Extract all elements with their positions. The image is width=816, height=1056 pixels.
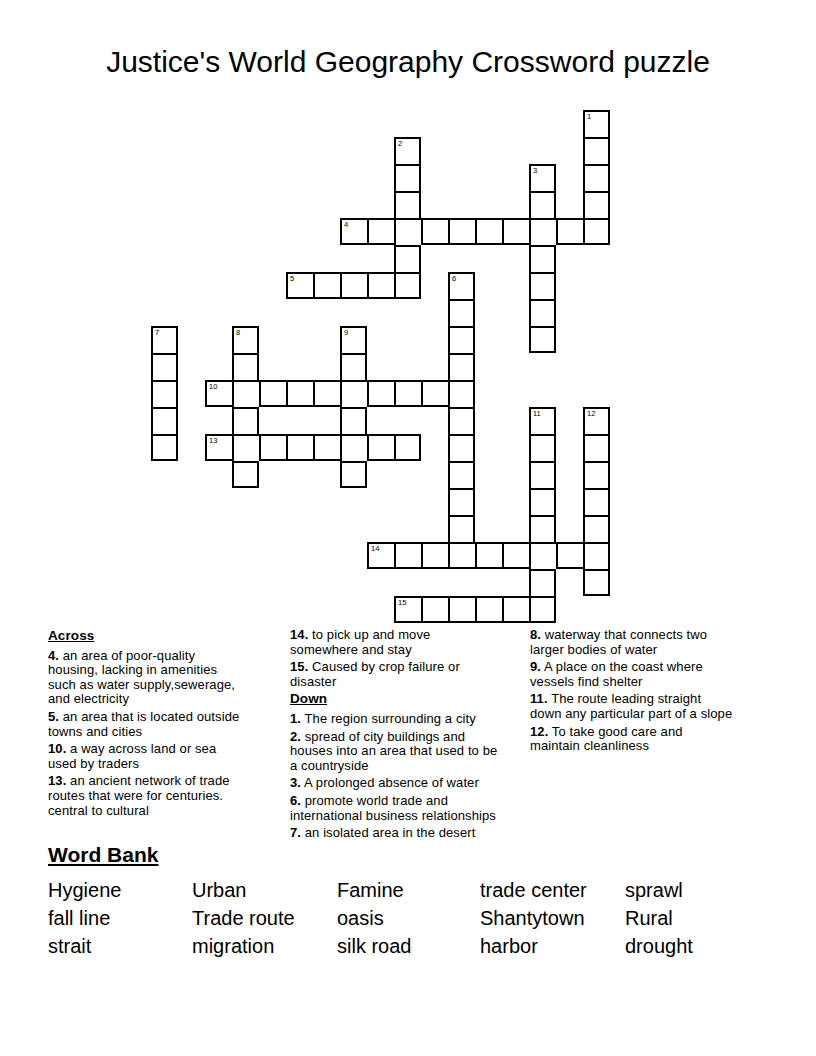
cell-r2-c14[interactable]: 3 bbox=[529, 164, 556, 191]
clue-number-2: 2 bbox=[398, 139, 402, 148]
cell-r4-c9[interactable] bbox=[394, 218, 421, 245]
worksheet-page: Justice's World Geography Crossword puzz… bbox=[0, 0, 816, 1056]
cell-r4-c11[interactable] bbox=[448, 218, 475, 245]
cell-r4-c15[interactable] bbox=[556, 218, 583, 245]
cell-r16-c8[interactable]: 14 bbox=[367, 542, 394, 569]
cell-r4-c14[interactable] bbox=[529, 218, 556, 245]
cell-r13-c16[interactable] bbox=[583, 461, 610, 488]
word-bank-list: HygieneUrbanFaminetrade centersprawlfall… bbox=[48, 876, 693, 960]
cell-r11-c16[interactable]: 12 bbox=[583, 407, 610, 434]
cell-r12-c14[interactable] bbox=[529, 434, 556, 461]
cell-r4-c10[interactable] bbox=[421, 218, 448, 245]
clue-down-1-number: 1. bbox=[290, 711, 301, 726]
word-bank-item-silk-road: silk road bbox=[337, 932, 480, 960]
word-bank-item-sprawl: sprawl bbox=[625, 876, 693, 904]
cell-r3-c16[interactable] bbox=[583, 191, 610, 218]
cell-r16-c12[interactable] bbox=[475, 542, 502, 569]
cell-r16-c13[interactable] bbox=[502, 542, 529, 569]
clue-down-11-number: 11. bbox=[530, 691, 548, 706]
clue-down-12-number: 12. bbox=[530, 724, 548, 739]
cell-r10-c9[interactable] bbox=[394, 380, 421, 407]
cell-r4-c7[interactable]: 4 bbox=[340, 218, 367, 245]
word-bank-item-harbor: harbor bbox=[480, 932, 625, 960]
cell-r10-c6[interactable] bbox=[313, 380, 340, 407]
clue-across-4-number: 4. bbox=[48, 648, 59, 663]
clue-number-10: 10 bbox=[209, 382, 217, 391]
clue-down-3: 3. A prolonged absence of water bbox=[290, 776, 499, 791]
clue-number-6: 6 bbox=[452, 274, 456, 283]
cell-r11-c7[interactable] bbox=[340, 407, 367, 434]
cell-r6-c14[interactable] bbox=[529, 272, 556, 299]
cell-r12-c0[interactable] bbox=[151, 434, 178, 461]
clue-across-4: 4. an area of poor-quality housing, lack… bbox=[48, 649, 244, 707]
cell-r7-c14[interactable] bbox=[529, 299, 556, 326]
cell-r14-c16[interactable] bbox=[583, 488, 610, 515]
clue-down-6: 6. promote world trade and international… bbox=[290, 794, 499, 823]
cell-r14-c14[interactable] bbox=[529, 488, 556, 515]
clue-down-7: 7. an isolated area in the desert bbox=[290, 826, 499, 841]
crossword-grid: 123456789101112131415 bbox=[151, 110, 610, 623]
clue-across-14: 14. to pick up and move somewhere and st… bbox=[290, 628, 499, 657]
word-bank-item-strait: strait bbox=[48, 932, 192, 960]
cell-r10-c2[interactable]: 10 bbox=[205, 380, 232, 407]
cell-r15-c11[interactable] bbox=[448, 515, 475, 542]
clue-across-10-number: 10. bbox=[48, 741, 66, 756]
word-bank-item-trade-route: Trade route bbox=[192, 904, 337, 932]
cell-r12-c2[interactable]: 13 bbox=[205, 434, 232, 461]
puzzle-title: Justice's World Geography Crossword puzz… bbox=[0, 45, 816, 79]
cell-r18-c14[interactable] bbox=[529, 596, 556, 623]
cell-r6-c6[interactable] bbox=[313, 272, 340, 299]
cell-r6-c7[interactable] bbox=[340, 272, 367, 299]
cell-r0-c16[interactable]: 1 bbox=[583, 110, 610, 137]
cell-r18-c13[interactable] bbox=[502, 596, 529, 623]
cell-r13-c7[interactable] bbox=[340, 461, 367, 488]
clue-number-7: 7 bbox=[155, 328, 159, 337]
cell-r10-c8[interactable] bbox=[367, 380, 394, 407]
cell-r9-c7[interactable] bbox=[340, 353, 367, 380]
cell-r12-c7[interactable] bbox=[340, 434, 367, 461]
word-bank-item-drought: drought bbox=[625, 932, 693, 960]
clue-across-15: 15. Caused by crop failure or disaster bbox=[290, 660, 499, 689]
cell-r10-c0[interactable] bbox=[151, 380, 178, 407]
clue-number-13: 13 bbox=[209, 436, 217, 445]
cell-r5-c14[interactable] bbox=[529, 245, 556, 272]
cell-r4-c16[interactable] bbox=[583, 218, 610, 245]
word-bank-item-migration: migration bbox=[192, 932, 337, 960]
cell-r10-c4[interactable] bbox=[259, 380, 286, 407]
clue-down-11: 11. The route leading straight down any … bbox=[530, 692, 733, 721]
cell-r15-c14[interactable] bbox=[529, 515, 556, 542]
cell-r14-c11[interactable] bbox=[448, 488, 475, 515]
cell-r4-c8[interactable] bbox=[367, 218, 394, 245]
cell-r9-c11[interactable] bbox=[448, 353, 475, 380]
cell-r6-c5[interactable]: 5 bbox=[286, 272, 313, 299]
cell-r12-c5[interactable] bbox=[286, 434, 313, 461]
clue-number-12: 12 bbox=[587, 409, 595, 418]
cell-r13-c11[interactable] bbox=[448, 461, 475, 488]
cell-r12-c9[interactable] bbox=[394, 434, 421, 461]
clue-down-8-number: 8. bbox=[530, 627, 541, 642]
clue-number-9: 9 bbox=[344, 328, 348, 337]
clue-number-14: 14 bbox=[371, 544, 379, 553]
cell-r15-c16[interactable] bbox=[583, 515, 610, 542]
cell-r12-c8[interactable] bbox=[367, 434, 394, 461]
clue-number-4: 4 bbox=[344, 220, 348, 229]
cell-r3-c9[interactable] bbox=[394, 191, 421, 218]
cell-r9-c3[interactable] bbox=[232, 353, 259, 380]
cell-r10-c5[interactable] bbox=[286, 380, 313, 407]
clue-down-2: 2. spread of city buildings and houses i… bbox=[290, 730, 499, 774]
cell-r4-c12[interactable] bbox=[475, 218, 502, 245]
clue-number-5: 5 bbox=[290, 274, 294, 283]
word-bank-item-famine: Famine bbox=[337, 876, 480, 904]
cell-r2-c9[interactable] bbox=[394, 164, 421, 191]
clue-across-10: 10. a way across land or sea used by tra… bbox=[48, 742, 244, 771]
word-bank-header: Word Bank bbox=[48, 842, 693, 868]
cell-r12-c11[interactable] bbox=[448, 434, 475, 461]
word-bank-item-hygiene: Hygiene bbox=[48, 876, 192, 904]
cell-r12-c3[interactable] bbox=[232, 434, 259, 461]
word-bank-item-rural: Rural bbox=[625, 904, 693, 932]
down-clues-header: Down bbox=[290, 692, 499, 707]
cell-r6-c9[interactable] bbox=[394, 272, 421, 299]
cell-r1-c9[interactable]: 2 bbox=[394, 137, 421, 164]
cell-r18-c10[interactable] bbox=[421, 596, 448, 623]
cell-r16-c11[interactable] bbox=[448, 542, 475, 569]
word-bank-item-oasis: oasis bbox=[337, 904, 480, 932]
clue-down-7-number: 7. bbox=[290, 825, 301, 840]
cell-r1-c16[interactable] bbox=[583, 137, 610, 164]
cell-r11-c11[interactable] bbox=[448, 407, 475, 434]
clue-down-8: 8. waterway that connects two larger bod… bbox=[530, 628, 733, 657]
across-clues-header: Across bbox=[48, 629, 244, 644]
clue-number-3: 3 bbox=[533, 166, 537, 175]
cell-r6-c8[interactable] bbox=[367, 272, 394, 299]
word-bank: Word Bank HygieneUrbanFaminetrade center… bbox=[48, 842, 693, 960]
cell-r8-c7[interactable]: 9 bbox=[340, 326, 367, 353]
cell-r16-c15[interactable] bbox=[556, 542, 583, 569]
cell-r5-c9[interactable] bbox=[394, 245, 421, 272]
cell-r13-c3[interactable] bbox=[232, 461, 259, 488]
cell-r17-c14[interactable] bbox=[529, 569, 556, 596]
clue-down-12: 12. To take good care and maintain clean… bbox=[530, 725, 733, 754]
cell-r11-c14[interactable]: 11 bbox=[529, 407, 556, 434]
cell-r7-c11[interactable] bbox=[448, 299, 475, 326]
clue-column-1: Across4. an area of poor-quality housing… bbox=[48, 628, 244, 821]
cell-r10-c7[interactable] bbox=[340, 380, 367, 407]
clue-column-2: 14. to pick up and move somewhere and st… bbox=[290, 628, 499, 844]
cell-r16-c9[interactable] bbox=[394, 542, 421, 569]
clue-across-15-number: 15. bbox=[290, 659, 308, 674]
cell-r16-c16[interactable] bbox=[583, 542, 610, 569]
clue-across-13: 13. an ancient network of trade routes t… bbox=[48, 774, 244, 818]
cell-r12-c4[interactable] bbox=[259, 434, 286, 461]
cell-r3-c14[interactable] bbox=[529, 191, 556, 218]
cell-r18-c9[interactable]: 15 bbox=[394, 596, 421, 623]
clue-down-2-number: 2. bbox=[290, 729, 301, 744]
word-bank-item-urban: Urban bbox=[192, 876, 337, 904]
cell-r13-c14[interactable] bbox=[529, 461, 556, 488]
clue-down-9-number: 9. bbox=[530, 659, 541, 674]
cell-r11-c3[interactable] bbox=[232, 407, 259, 434]
cell-r8-c3[interactable]: 8 bbox=[232, 326, 259, 353]
clue-across-5: 5. an area that is located outside towns… bbox=[48, 710, 244, 739]
clue-across-13-number: 13. bbox=[48, 773, 66, 788]
cell-r4-c13[interactable] bbox=[502, 218, 529, 245]
cell-r18-c12[interactable] bbox=[475, 596, 502, 623]
clue-number-11: 11 bbox=[533, 409, 541, 418]
word-bank-item-trade-center: trade center bbox=[480, 876, 625, 904]
cell-r16-c14[interactable] bbox=[529, 542, 556, 569]
clue-column-3: 8. waterway that connects two larger bod… bbox=[530, 628, 733, 757]
clue-down-6-number: 6. bbox=[290, 793, 301, 808]
clue-across-5-number: 5. bbox=[48, 709, 59, 724]
clue-number-8: 8 bbox=[236, 328, 240, 337]
cell-r10-c10[interactable] bbox=[421, 380, 448, 407]
cell-r8-c14[interactable] bbox=[529, 326, 556, 353]
cell-r8-c11[interactable] bbox=[448, 326, 475, 353]
word-bank-item-shantytown: Shantytown bbox=[480, 904, 625, 932]
clue-number-15: 15 bbox=[398, 598, 406, 607]
cell-r17-c16[interactable] bbox=[583, 569, 610, 596]
word-bank-item-fall-line: fall line bbox=[48, 904, 192, 932]
cell-r18-c11[interactable] bbox=[448, 596, 475, 623]
clue-across-14-number: 14. bbox=[290, 627, 308, 642]
cell-r6-c11[interactable]: 6 bbox=[448, 272, 475, 299]
clue-number-1: 1 bbox=[587, 112, 591, 121]
clue-down-3-number: 3. bbox=[290, 775, 301, 790]
clue-down-1: 1. The region surrounding a city bbox=[290, 712, 499, 727]
cell-r2-c16[interactable] bbox=[583, 164, 610, 191]
cell-r8-c0[interactable]: 7 bbox=[151, 326, 178, 353]
cell-r10-c11[interactable] bbox=[448, 380, 475, 407]
cell-r9-c0[interactable] bbox=[151, 353, 178, 380]
clue-down-9: 9. A place on the coast where vessels fi… bbox=[530, 660, 733, 689]
cell-r11-c0[interactable] bbox=[151, 407, 178, 434]
cell-r12-c16[interactable] bbox=[583, 434, 610, 461]
cell-r16-c10[interactable] bbox=[421, 542, 448, 569]
cell-r10-c3[interactable] bbox=[232, 380, 259, 407]
cell-r12-c6[interactable] bbox=[313, 434, 340, 461]
